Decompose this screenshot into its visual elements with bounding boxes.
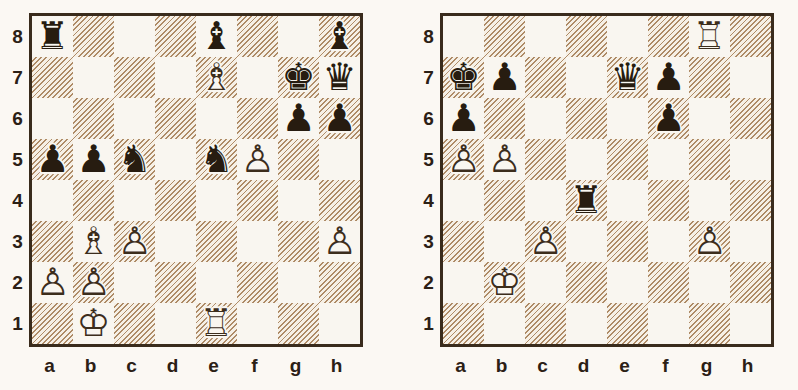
square-f4[interactable]: [237, 180, 278, 221]
piece-glyph: ♜: [569, 180, 603, 221]
piece-black-king: ♚♚: [443, 57, 484, 98]
piece-white-pawn: ♟♙: [484, 139, 525, 180]
piece-black-pawn: ♟♟: [319, 98, 360, 139]
piece-white-king: ♚♔: [73, 303, 114, 344]
square-c3[interactable]: ♟♙: [525, 221, 566, 262]
square-d1[interactable]: [566, 303, 607, 344]
square-e6[interactable]: [607, 98, 648, 139]
piece-white-pawn: ♟♙: [443, 139, 484, 180]
file-labels-left: abcdefgh: [29, 347, 363, 379]
square-g2[interactable]: [278, 262, 319, 303]
square-b2[interactable]: ♟♙: [73, 262, 114, 303]
square-g3[interactable]: [278, 221, 319, 262]
file-label-b: b: [85, 356, 97, 375]
piece-white-rook: ♜♖: [689, 16, 730, 57]
square-f7[interactable]: [237, 57, 278, 98]
piece-glyph: ♙: [692, 221, 726, 262]
file-label-g: g: [290, 356, 302, 375]
square-e2[interactable]: [196, 262, 237, 303]
piece-black-pawn: ♟♟: [278, 98, 319, 139]
piece-black-bishop: ♝♝: [196, 16, 237, 57]
square-a8[interactable]: [443, 16, 484, 57]
rank-label-4: 4: [423, 191, 434, 210]
square-e1[interactable]: [607, 303, 648, 344]
file-label-h: h: [742, 356, 754, 375]
file-label-b: b: [496, 356, 508, 375]
square-c6[interactable]: [114, 98, 155, 139]
square-c6[interactable]: [525, 98, 566, 139]
rank-label-2: 2: [423, 273, 434, 292]
square-g8[interactable]: ♜♖: [689, 16, 730, 57]
square-h4[interactable]: [730, 180, 771, 221]
square-d5[interactable]: [155, 139, 196, 180]
square-h3[interactable]: [730, 221, 771, 262]
chess-board-left: ♜♜♝♝♝♝♝♗♚♚♛♛♟♟♟♟♟♟♟♟♞♞♞♞♟♙♝♗♟♙♟♙♟♙♟♙♚♔♜♖: [29, 13, 363, 347]
square-d1[interactable]: [155, 303, 196, 344]
rank-label-6: 6: [423, 109, 434, 128]
rank-labels-right: 87654321: [417, 13, 440, 347]
file-labels-right: abcdefgh: [440, 347, 774, 379]
square-b3[interactable]: [484, 221, 525, 262]
piece-glyph: ♙: [35, 262, 69, 303]
file-label-f: f: [251, 356, 257, 375]
file-label-a: a: [44, 356, 55, 375]
piece-glyph: ♞: [199, 139, 233, 180]
square-c7[interactable]: [525, 57, 566, 98]
square-e8[interactable]: ♝♝: [196, 16, 237, 57]
piece-black-pawn: ♟♟: [73, 139, 114, 180]
rank-label-5: 5: [12, 150, 23, 169]
square-h2[interactable]: [319, 262, 360, 303]
piece-glyph: ♟: [651, 57, 685, 98]
square-d4[interactable]: [155, 180, 196, 221]
square-h1[interactable]: [730, 303, 771, 344]
piece-white-pawn: ♟♙: [73, 262, 114, 303]
piece-black-pawn: ♟♟: [484, 57, 525, 98]
rank-label-7: 7: [423, 68, 434, 87]
rank-label-1: 1: [12, 314, 23, 333]
piece-glyph: ♟: [487, 57, 521, 98]
square-h2[interactable]: [730, 262, 771, 303]
square-b2[interactable]: ♚♔: [484, 262, 525, 303]
chess-diagram-left: 87654321 ♜♜♝♝♝♝♝♗♚♚♛♛♟♟♟♟♟♟♟♟♞♞♞♞♟♙♝♗♟♙♟…: [6, 13, 363, 379]
square-h6[interactable]: [730, 98, 771, 139]
square-f5[interactable]: ♟♙: [237, 139, 278, 180]
square-h4[interactable]: [319, 180, 360, 221]
square-d3[interactable]: [155, 221, 196, 262]
piece-glyph: ♚: [281, 57, 315, 98]
page: 87654321 ♜♜♝♝♝♝♝♗♚♚♛♛♟♟♟♟♟♟♟♟♞♞♞♞♟♙♝♗♟♙♟…: [0, 0, 798, 390]
square-b5[interactable]: ♟♙: [484, 139, 525, 180]
square-f6[interactable]: ♟♟: [648, 98, 689, 139]
square-c1[interactable]: [114, 303, 155, 344]
square-e7[interactable]: ♝♗: [196, 57, 237, 98]
square-a3[interactable]: [32, 221, 73, 262]
piece-black-pawn: ♟♟: [32, 139, 73, 180]
square-c8[interactable]: [525, 16, 566, 57]
piece-black-pawn: ♟♟: [443, 98, 484, 139]
piece-black-knight: ♞♞: [114, 139, 155, 180]
square-g6[interactable]: [689, 98, 730, 139]
rank-label-3: 3: [12, 232, 23, 251]
square-d3[interactable]: [566, 221, 607, 262]
square-h5[interactable]: [319, 139, 360, 180]
piece-glyph: ♗: [76, 221, 110, 262]
square-e6[interactable]: [196, 98, 237, 139]
rank-label-5: 5: [423, 150, 434, 169]
square-f1[interactable]: [648, 303, 689, 344]
square-b8[interactable]: [484, 16, 525, 57]
piece-glyph: ♖: [692, 16, 726, 57]
square-e4[interactable]: [607, 180, 648, 221]
piece-black-king: ♚♚: [278, 57, 319, 98]
piece-black-queen: ♛♛: [319, 57, 360, 98]
rank-label-1: 1: [423, 314, 434, 333]
square-g1[interactable]: [278, 303, 319, 344]
piece-glyph: ♟: [322, 98, 356, 139]
square-h7[interactable]: [730, 57, 771, 98]
square-e4[interactable]: [196, 180, 237, 221]
square-h5[interactable]: [730, 139, 771, 180]
square-e7[interactable]: ♛♛: [607, 57, 648, 98]
piece-white-pawn: ♟♙: [114, 221, 155, 262]
piece-glyph: ♙: [117, 221, 151, 262]
piece-glyph: ♔: [487, 262, 521, 303]
square-g5[interactable]: [689, 139, 730, 180]
square-f2[interactable]: [237, 262, 278, 303]
rank-label-4: 4: [12, 191, 23, 210]
square-b1[interactable]: [484, 303, 525, 344]
square-a5[interactable]: ♟♙: [443, 139, 484, 180]
piece-white-pawn: ♟♙: [525, 221, 566, 262]
square-a4[interactable]: [32, 180, 73, 221]
square-e8[interactable]: [607, 16, 648, 57]
square-d7[interactable]: [566, 57, 607, 98]
square-g6[interactable]: ♟♟: [278, 98, 319, 139]
square-b4[interactable]: [484, 180, 525, 221]
square-a6[interactable]: ♟♟: [443, 98, 484, 139]
square-h8[interactable]: ♝♝: [319, 16, 360, 57]
piece-glyph: ♙: [322, 221, 356, 262]
square-c5[interactable]: [525, 139, 566, 180]
file-label-c: c: [537, 356, 548, 375]
square-g4[interactable]: [689, 180, 730, 221]
piece-glyph: ♝: [322, 16, 356, 57]
piece-glyph: ♝: [199, 16, 233, 57]
square-b5[interactable]: ♟♟: [73, 139, 114, 180]
file-label-g: g: [701, 356, 713, 375]
chess-board-right: ♜♖♚♚♟♟♛♛♟♟♟♟♟♟♟♙♟♙♜♜♟♙♟♙♚♔: [440, 13, 774, 347]
square-f2[interactable]: [648, 262, 689, 303]
square-a1[interactable]: [32, 303, 73, 344]
piece-white-pawn: ♟♙: [237, 139, 278, 180]
square-a2[interactable]: ♟♙: [32, 262, 73, 303]
file-label-c: c: [126, 356, 137, 375]
square-g1[interactable]: [689, 303, 730, 344]
square-g7[interactable]: ♚♚: [278, 57, 319, 98]
square-g5[interactable]: [278, 139, 319, 180]
rank-label-8: 8: [423, 27, 434, 46]
file-label-a: a: [455, 356, 466, 375]
square-f3[interactable]: [237, 221, 278, 262]
square-h1[interactable]: [319, 303, 360, 344]
file-label-d: d: [578, 356, 590, 375]
square-b7[interactable]: [73, 57, 114, 98]
piece-glyph: ♟: [281, 98, 315, 139]
piece-black-pawn: ♟♟: [648, 98, 689, 139]
piece-white-king: ♚♔: [484, 262, 525, 303]
square-c2[interactable]: [525, 262, 566, 303]
rank-labels-left: 87654321: [6, 13, 29, 347]
square-h7[interactable]: ♛♛: [319, 57, 360, 98]
square-b6[interactable]: [73, 98, 114, 139]
file-label-h: h: [331, 356, 343, 375]
piece-glyph: ♙: [240, 139, 274, 180]
square-f4[interactable]: [648, 180, 689, 221]
square-b7[interactable]: ♟♟: [484, 57, 525, 98]
rank-label-3: 3: [423, 232, 434, 251]
piece-glyph: ♟: [651, 98, 685, 139]
square-d8[interactable]: [155, 16, 196, 57]
square-c5[interactable]: ♞♞: [114, 139, 155, 180]
piece-black-queen: ♛♛: [607, 57, 648, 98]
piece-black-pawn: ♟♟: [648, 57, 689, 98]
square-a1[interactable]: [443, 303, 484, 344]
square-f8[interactable]: [237, 16, 278, 57]
square-a8[interactable]: ♜♜: [32, 16, 73, 57]
file-label-d: d: [167, 356, 179, 375]
square-e2[interactable]: [607, 262, 648, 303]
square-a7[interactable]: [32, 57, 73, 98]
piece-black-bishop: ♝♝: [319, 16, 360, 57]
square-h6[interactable]: ♟♟: [319, 98, 360, 139]
piece-glyph: ♙: [487, 139, 521, 180]
square-d7[interactable]: [155, 57, 196, 98]
piece-glyph: ♛: [610, 57, 644, 98]
square-b1[interactable]: ♚♔: [73, 303, 114, 344]
piece-white-bishop: ♝♗: [196, 57, 237, 98]
chess-diagram-right: 87654321 ♜♖♚♚♟♟♛♛♟♟♟♟♟♟♟♙♟♙♜♜♟♙♟♙♚♔ abcd…: [417, 13, 774, 379]
piece-glyph: ♚: [446, 57, 480, 98]
square-g3[interactable]: ♟♙: [689, 221, 730, 262]
square-f1[interactable]: [237, 303, 278, 344]
square-f6[interactable]: [237, 98, 278, 139]
square-h3[interactable]: ♟♙: [319, 221, 360, 262]
piece-glyph: ♙: [76, 262, 110, 303]
piece-black-rook: ♜♜: [32, 16, 73, 57]
square-c4[interactable]: [114, 180, 155, 221]
piece-white-pawn: ♟♙: [32, 262, 73, 303]
square-d5[interactable]: [566, 139, 607, 180]
piece-glyph: ♜: [35, 16, 69, 57]
square-g8[interactable]: [278, 16, 319, 57]
square-a3[interactable]: [443, 221, 484, 262]
square-g7[interactable]: [689, 57, 730, 98]
square-d4[interactable]: ♜♜: [566, 180, 607, 221]
square-d2[interactable]: [155, 262, 196, 303]
piece-glyph: ♞: [117, 139, 151, 180]
file-label-e: e: [208, 356, 219, 375]
piece-black-rook: ♜♜: [566, 180, 607, 221]
square-e5[interactable]: [607, 139, 648, 180]
square-b3[interactable]: ♝♗: [73, 221, 114, 262]
square-c4[interactable]: [525, 180, 566, 221]
corner-spacer: [417, 347, 440, 379]
rank-label-8: 8: [12, 27, 23, 46]
piece-glyph: ♔: [76, 303, 110, 344]
square-f8[interactable]: [648, 16, 689, 57]
square-h8[interactable]: [730, 16, 771, 57]
square-a5[interactable]: ♟♟: [32, 139, 73, 180]
piece-glyph: ♟: [76, 139, 110, 180]
rank-label-6: 6: [12, 109, 23, 128]
square-c3[interactable]: ♟♙: [114, 221, 155, 262]
square-d8[interactable]: [566, 16, 607, 57]
piece-glyph: ♟: [35, 139, 69, 180]
square-a2[interactable]: [443, 262, 484, 303]
piece-black-knight: ♞♞: [196, 139, 237, 180]
square-a6[interactable]: [32, 98, 73, 139]
square-c1[interactable]: [525, 303, 566, 344]
piece-white-pawn: ♟♙: [319, 221, 360, 262]
corner-spacer: [6, 347, 29, 379]
square-a7[interactable]: ♚♚: [443, 57, 484, 98]
square-c8[interactable]: [114, 16, 155, 57]
file-label-e: e: [619, 356, 630, 375]
piece-glyph: ♗: [199, 57, 233, 98]
square-e5[interactable]: ♞♞: [196, 139, 237, 180]
piece-white-pawn: ♟♙: [689, 221, 730, 262]
square-e1[interactable]: ♜♖: [196, 303, 237, 344]
square-a4[interactable]: [443, 180, 484, 221]
file-label-f: f: [662, 356, 668, 375]
square-d6[interactable]: [566, 98, 607, 139]
rank-label-2: 2: [12, 273, 23, 292]
square-e3[interactable]: [196, 221, 237, 262]
piece-glyph: ♙: [446, 139, 480, 180]
square-f3[interactable]: [648, 221, 689, 262]
square-c7[interactable]: [114, 57, 155, 98]
square-d2[interactable]: [566, 262, 607, 303]
piece-glyph: ♟: [446, 98, 480, 139]
square-f7[interactable]: ♟♟: [648, 57, 689, 98]
square-e3[interactable]: [607, 221, 648, 262]
square-c2[interactable]: [114, 262, 155, 303]
square-g4[interactable]: [278, 180, 319, 221]
piece-white-rook: ♜♖: [196, 303, 237, 344]
piece-glyph: ♛: [322, 57, 356, 98]
square-g2[interactable]: [689, 262, 730, 303]
square-b8[interactable]: [73, 16, 114, 57]
piece-glyph: ♙: [528, 221, 562, 262]
square-b6[interactable]: [484, 98, 525, 139]
rank-label-7: 7: [12, 68, 23, 87]
square-b4[interactable]: [73, 180, 114, 221]
piece-white-bishop: ♝♗: [73, 221, 114, 262]
square-d6[interactable]: [155, 98, 196, 139]
square-f5[interactable]: [648, 139, 689, 180]
piece-glyph: ♖: [199, 303, 233, 344]
